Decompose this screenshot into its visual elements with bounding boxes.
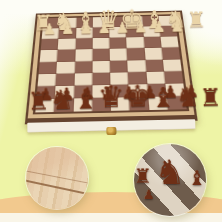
square: [143, 37, 161, 48]
square: [39, 62, 58, 74]
square: [110, 72, 128, 85]
square: [35, 99, 55, 113]
square: [128, 72, 147, 85]
square: [158, 16, 176, 27]
chess-piece: ♝: [188, 168, 206, 188]
chess-piece: ♜: [187, 9, 207, 31]
square: [146, 71, 165, 84]
square: [76, 28, 93, 39]
square: [92, 61, 110, 73]
square: [74, 73, 92, 86]
square: [92, 98, 111, 112]
square: [57, 50, 75, 62]
square: [93, 27, 110, 38]
square: [110, 60, 128, 72]
square: [125, 16, 142, 27]
square: [166, 96, 186, 110]
square: [163, 59, 182, 71]
square: [41, 39, 59, 50]
square: [75, 38, 92, 49]
square: [143, 26, 161, 37]
square: [127, 48, 145, 60]
square: [74, 85, 93, 98]
square: [161, 48, 180, 60]
square: [109, 38, 126, 49]
square: [109, 17, 126, 28]
bottom-strip: [0, 213, 222, 222]
square: [40, 50, 58, 62]
wood-grain-inset: [26, 147, 88, 209]
chess-piece: ♟: [143, 188, 155, 201]
board-squares: [33, 14, 189, 114]
square: [111, 97, 130, 111]
square: [126, 37, 144, 48]
square: [129, 84, 148, 97]
square: [92, 38, 109, 49]
pieces-closeup-inset: ♜♞♝♟: [134, 144, 206, 216]
square: [43, 18, 60, 29]
square: [74, 61, 92, 73]
square: [147, 84, 167, 97]
square: [57, 61, 75, 73]
square: [142, 16, 159, 27]
square: [55, 86, 74, 99]
square: [159, 26, 177, 37]
square: [160, 37, 178, 48]
square: [148, 96, 168, 110]
square: [92, 85, 111, 98]
square: [59, 28, 76, 39]
square: [110, 84, 129, 97]
square: [76, 17, 93, 28]
square: [56, 73, 75, 86]
square: [164, 71, 183, 84]
square: [92, 72, 110, 85]
square: [42, 28, 60, 39]
square: [73, 98, 92, 112]
brass-clasp-icon: [106, 127, 116, 135]
square: [92, 49, 110, 61]
square: [59, 18, 76, 29]
chess-piece: ♞: [155, 155, 185, 189]
chess-board: [25, 10, 198, 124]
square: [110, 49, 128, 61]
square: [129, 97, 149, 111]
square: [58, 39, 76, 50]
square: [144, 48, 162, 60]
square: [38, 74, 57, 87]
chess-piece: ♜: [134, 166, 152, 186]
square: [54, 98, 73, 112]
square: [75, 49, 93, 61]
square: [126, 27, 143, 38]
square: [128, 60, 146, 72]
square: [109, 27, 126, 38]
square: [145, 59, 164, 71]
product-photo: ♜♞♝♛♚♝♞♜ ♟♟♟♟♟♟♟♟ ♟♟♟♟♟♟♟♟ ♜♞♝♛♚♝♞♜ ♜♞♝♟: [0, 0, 222, 222]
square: [36, 86, 55, 99]
chess-piece: ♜: [199, 85, 221, 110]
square: [93, 17, 110, 28]
square: [165, 83, 185, 96]
